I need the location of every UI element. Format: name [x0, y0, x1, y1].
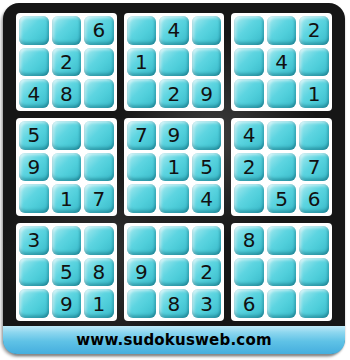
site-url-banner[interactable]: www.sudokusweb.com: [3, 326, 345, 354]
cell-r6c6[interactable]: 4: [192, 184, 222, 213]
cell-r8c9[interactable]: [299, 258, 329, 287]
cell-r3c5[interactable]: 2: [159, 79, 189, 108]
cell-r6c4[interactable]: [127, 184, 157, 213]
band-3: 35891928386: [16, 223, 332, 321]
cell-r3c1[interactable]: 4: [19, 79, 49, 108]
cell-r6c7[interactable]: [234, 184, 264, 213]
cell-r7c9[interactable]: [299, 226, 329, 255]
cell-r5c9[interactable]: 7: [299, 153, 329, 182]
box-r1c1: 6248: [16, 13, 117, 111]
cell-r4c3[interactable]: [84, 121, 114, 150]
box-r2c1: 5917: [16, 118, 117, 216]
box-r1c2: 4129: [124, 13, 225, 111]
sudoku-page: 624841292415917791544275635891928386 www…: [0, 0, 350, 360]
cell-r5c5[interactable]: 1: [159, 153, 189, 182]
cell-r9c4[interactable]: [127, 289, 157, 318]
cell-r5c8[interactable]: [267, 153, 297, 182]
cell-r8c5[interactable]: [159, 258, 189, 287]
cell-r2c1[interactable]: [19, 48, 49, 77]
cell-r9c6[interactable]: 3: [192, 289, 222, 318]
cell-r1c8[interactable]: [267, 16, 297, 45]
cell-r2c8[interactable]: 4: [267, 48, 297, 77]
cell-r9c9[interactable]: [299, 289, 329, 318]
cell-r4c7[interactable]: 4: [234, 121, 264, 150]
cell-r4c8[interactable]: [267, 121, 297, 150]
cell-r8c8[interactable]: [267, 258, 297, 287]
cell-r2c7[interactable]: [234, 48, 264, 77]
cell-r7c1[interactable]: 3: [19, 226, 49, 255]
cell-r8c1[interactable]: [19, 258, 49, 287]
board-frame: 624841292415917791544275635891928386 www…: [3, 3, 345, 354]
cell-r3c9[interactable]: 1: [299, 79, 329, 108]
cell-r8c7[interactable]: [234, 258, 264, 287]
sudoku-board: 624841292415917791544275635891928386: [16, 13, 332, 321]
cell-r7c3[interactable]: [84, 226, 114, 255]
cell-r1c1[interactable]: [19, 16, 49, 45]
box-r3c1: 35891: [16, 223, 117, 321]
cell-r9c8[interactable]: [267, 289, 297, 318]
cell-r2c6[interactable]: [192, 48, 222, 77]
cell-r7c2[interactable]: [52, 226, 82, 255]
cell-r9c2[interactable]: 9: [52, 289, 82, 318]
cell-r3c3[interactable]: [84, 79, 114, 108]
cell-r1c2[interactable]: [52, 16, 82, 45]
cell-r1c4[interactable]: [127, 16, 157, 45]
cell-r2c2[interactable]: 2: [52, 48, 82, 77]
box-r2c2: 79154: [124, 118, 225, 216]
box-r3c2: 9283: [124, 223, 225, 321]
box-r3c3: 86: [231, 223, 332, 321]
cell-r2c9[interactable]: [299, 48, 329, 77]
cell-r4c6[interactable]: [192, 121, 222, 150]
cell-r1c7[interactable]: [234, 16, 264, 45]
cell-r7c5[interactable]: [159, 226, 189, 255]
cell-r5c2[interactable]: [52, 153, 82, 182]
cell-r1c6[interactable]: [192, 16, 222, 45]
cell-r3c8[interactable]: [267, 79, 297, 108]
cell-r5c3[interactable]: [84, 153, 114, 182]
cell-r4c9[interactable]: [299, 121, 329, 150]
cell-r1c3[interactable]: 6: [84, 16, 114, 45]
cell-r6c5[interactable]: [159, 184, 189, 213]
cell-r5c1[interactable]: 9: [19, 153, 49, 182]
cell-r1c9[interactable]: 2: [299, 16, 329, 45]
cell-r1c5[interactable]: 4: [159, 16, 189, 45]
cell-r2c4[interactable]: 1: [127, 48, 157, 77]
cell-r6c3[interactable]: 7: [84, 184, 114, 213]
cell-r8c3[interactable]: 8: [84, 258, 114, 287]
cell-r8c4[interactable]: 9: [127, 258, 157, 287]
cell-r8c6[interactable]: 2: [192, 258, 222, 287]
band-2: 59177915442756: [16, 118, 332, 216]
cell-r5c6[interactable]: 5: [192, 153, 222, 182]
cell-r8c2[interactable]: 5: [52, 258, 82, 287]
cell-r9c3[interactable]: 1: [84, 289, 114, 318]
band-1: 62484129241: [16, 13, 332, 111]
cell-r6c2[interactable]: 1: [52, 184, 82, 213]
cell-r6c1[interactable]: [19, 184, 49, 213]
cell-r2c5[interactable]: [159, 48, 189, 77]
box-r1c3: 241: [231, 13, 332, 111]
cell-r6c8[interactable]: 5: [267, 184, 297, 213]
cell-r9c7[interactable]: 6: [234, 289, 264, 318]
cell-r2c3[interactable]: [84, 48, 114, 77]
cell-r4c1[interactable]: 5: [19, 121, 49, 150]
cell-r7c7[interactable]: 8: [234, 226, 264, 255]
cell-r7c6[interactable]: [192, 226, 222, 255]
box-r2c3: 42756: [231, 118, 332, 216]
cell-r5c7[interactable]: 2: [234, 153, 264, 182]
cell-r4c4[interactable]: 7: [127, 121, 157, 150]
cell-r4c5[interactable]: 9: [159, 121, 189, 150]
cell-r7c4[interactable]: [127, 226, 157, 255]
cell-r5c4[interactable]: [127, 153, 157, 182]
cell-r3c6[interactable]: 9: [192, 79, 222, 108]
cell-r3c4[interactable]: [127, 79, 157, 108]
cell-r3c7[interactable]: [234, 79, 264, 108]
cell-r9c1[interactable]: [19, 289, 49, 318]
cell-r4c2[interactable]: [52, 121, 82, 150]
cell-r6c9[interactable]: 6: [299, 184, 329, 213]
cell-r7c8[interactable]: [267, 226, 297, 255]
cell-r9c5[interactable]: 8: [159, 289, 189, 318]
cell-r3c2[interactable]: 8: [52, 79, 82, 108]
